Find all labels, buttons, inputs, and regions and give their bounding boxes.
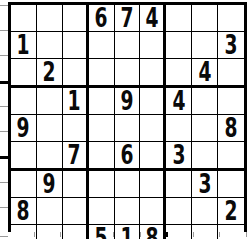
cell-r3c3[interactable] bbox=[63, 59, 89, 88]
cell-r2c2[interactable] bbox=[37, 32, 63, 59]
cell-r5c6[interactable] bbox=[140, 115, 166, 142]
gridline-tick bbox=[0, 131, 8, 132]
gridline-tick bbox=[34, 232, 35, 237]
cell-r8c4[interactable] bbox=[89, 198, 115, 225]
given-digit: 1 bbox=[120, 225, 133, 239]
given-digit: 9 bbox=[43, 171, 56, 197]
cell-r1c3[interactable] bbox=[63, 5, 89, 32]
cell-r8c1: 8 bbox=[11, 198, 37, 225]
cell-r1c8[interactable] bbox=[192, 5, 218, 32]
cell-r9c1[interactable] bbox=[11, 225, 37, 239]
cell-r7c3[interactable] bbox=[63, 171, 89, 198]
gridline-tick bbox=[113, 232, 114, 237]
cell-r2c8[interactable] bbox=[192, 32, 218, 59]
gridline-tick bbox=[0, 106, 8, 107]
cell-r6c9[interactable] bbox=[218, 142, 244, 171]
cell-r4c4[interactable] bbox=[89, 88, 115, 115]
cell-r4c8[interactable] bbox=[192, 88, 218, 115]
cell-r8c3[interactable] bbox=[63, 198, 89, 225]
given-digit: 8 bbox=[145, 225, 158, 239]
cell-r4c5: 9 bbox=[115, 88, 141, 115]
given-digit: 7 bbox=[68, 142, 81, 168]
given-digit: 5 bbox=[95, 225, 108, 239]
cell-r3c8: 4 bbox=[192, 59, 218, 88]
cell-r7c9[interactable] bbox=[218, 171, 244, 198]
cell-r7c2: 9 bbox=[37, 171, 63, 198]
cell-r9c8[interactable] bbox=[192, 225, 218, 239]
cell-r4c7: 4 bbox=[166, 88, 192, 115]
given-digit: 6 bbox=[120, 142, 133, 168]
sudoku-screenshot: 6741324194987639382518 bbox=[0, 0, 249, 239]
cell-r8c7[interactable] bbox=[166, 198, 192, 225]
gridline-tick bbox=[0, 207, 8, 208]
given-digit: 4 bbox=[198, 59, 211, 85]
cell-r9c4: 5 bbox=[89, 225, 115, 239]
cell-r1c7[interactable] bbox=[166, 5, 192, 32]
given-digit: 9 bbox=[17, 115, 30, 141]
cell-r4c6[interactable] bbox=[140, 88, 166, 115]
gridline-tick bbox=[0, 182, 8, 183]
cell-r6c7: 3 bbox=[166, 142, 192, 171]
cell-r4c3: 1 bbox=[63, 88, 89, 115]
cell-r2c7[interactable] bbox=[166, 32, 192, 59]
cell-r1c6: 4 bbox=[140, 5, 166, 32]
cell-r6c5: 6 bbox=[115, 142, 141, 171]
cell-r3c5[interactable] bbox=[115, 59, 141, 88]
cell-r5c9: 8 bbox=[218, 115, 244, 142]
cell-r5c2[interactable] bbox=[37, 115, 63, 142]
cell-r7c6[interactable] bbox=[140, 171, 166, 198]
given-digit: 3 bbox=[198, 171, 211, 197]
given-digit: 1 bbox=[68, 88, 81, 114]
gridline-tick bbox=[166, 232, 168, 237]
cell-r3c1[interactable] bbox=[11, 59, 37, 88]
gridline-tick bbox=[60, 232, 61, 237]
given-digit: 4 bbox=[145, 5, 158, 31]
cell-r4c1[interactable] bbox=[11, 88, 37, 115]
gridline-tick bbox=[0, 156, 8, 159]
gridline-tick bbox=[0, 236, 8, 237]
given-digit: 2 bbox=[225, 198, 238, 224]
cell-r1c5: 7 bbox=[115, 5, 141, 32]
cell-r1c4: 6 bbox=[89, 5, 115, 32]
cell-r2c3[interactable] bbox=[63, 32, 89, 59]
given-digit: 8 bbox=[17, 198, 30, 224]
cell-r2c6[interactable] bbox=[140, 32, 166, 59]
gridline-tick bbox=[219, 232, 220, 237]
cell-r9c2[interactable] bbox=[37, 225, 63, 239]
cell-r5c5[interactable] bbox=[115, 115, 141, 142]
cell-r2c9: 3 bbox=[218, 32, 244, 59]
cell-r7c8: 3 bbox=[192, 171, 218, 198]
cell-r9c9[interactable] bbox=[218, 225, 244, 239]
cell-r3c4[interactable] bbox=[89, 59, 115, 88]
given-digit: 9 bbox=[120, 88, 133, 114]
cell-r6c2[interactable] bbox=[37, 142, 63, 171]
gridline-tick bbox=[0, 81, 8, 84]
cell-r7c5[interactable] bbox=[115, 171, 141, 198]
cell-r9c5: 1 bbox=[115, 225, 141, 239]
cell-r5c1: 9 bbox=[11, 115, 37, 142]
cell-r8c8[interactable] bbox=[192, 198, 218, 225]
given-digit: 8 bbox=[225, 115, 238, 141]
cell-r6c8[interactable] bbox=[192, 142, 218, 171]
cell-r7c7[interactable] bbox=[166, 171, 192, 198]
cell-r8c2[interactable] bbox=[37, 198, 63, 225]
cell-r3c7[interactable] bbox=[166, 59, 192, 88]
cell-r5c3[interactable] bbox=[63, 115, 89, 142]
gridline-tick bbox=[0, 30, 8, 31]
cell-r2c4[interactable] bbox=[89, 32, 115, 59]
given-digit: 6 bbox=[95, 5, 108, 31]
cell-r4c2[interactable] bbox=[37, 88, 63, 115]
given-digit: 4 bbox=[172, 88, 185, 114]
given-digit: 2 bbox=[43, 59, 56, 85]
cell-r1c9[interactable] bbox=[218, 5, 244, 32]
cell-r6c3: 7 bbox=[63, 142, 89, 171]
cell-r6c6[interactable] bbox=[140, 142, 166, 171]
cell-r6c1[interactable] bbox=[11, 142, 37, 171]
cell-r2c5[interactable] bbox=[115, 32, 141, 59]
cell-r1c2[interactable] bbox=[37, 5, 63, 32]
cell-r1c1[interactable] bbox=[11, 5, 37, 32]
cell-r3c9[interactable] bbox=[218, 59, 244, 88]
given-digit: 1 bbox=[17, 32, 30, 58]
gridline-tick bbox=[140, 232, 141, 237]
cell-r5c7[interactable] bbox=[166, 115, 192, 142]
gridline-tick bbox=[246, 232, 247, 237]
given-digit: 7 bbox=[120, 5, 133, 31]
cell-r5c8[interactable] bbox=[192, 115, 218, 142]
gridline-tick bbox=[193, 232, 194, 237]
given-digit: 3 bbox=[225, 32, 238, 58]
cell-r7c1[interactable] bbox=[11, 171, 37, 198]
cell-r6c4[interactable] bbox=[89, 142, 115, 171]
cell-r3c6[interactable] bbox=[140, 59, 166, 88]
cell-r9c6: 8 bbox=[140, 225, 166, 239]
sudoku-board: 6741324194987639382518 bbox=[8, 2, 247, 232]
cell-r9c3[interactable] bbox=[63, 225, 89, 239]
gridline-tick bbox=[87, 232, 89, 237]
cell-r5c4[interactable] bbox=[89, 115, 115, 142]
cell-r8c9: 2 bbox=[218, 198, 244, 225]
cell-r8c5[interactable] bbox=[115, 198, 141, 225]
cell-r9c7[interactable] bbox=[166, 225, 192, 239]
cell-r2c1: 1 bbox=[11, 32, 37, 59]
cell-r4c9[interactable] bbox=[218, 88, 244, 115]
gridline-tick bbox=[0, 5, 8, 6]
gridline-tick bbox=[0, 55, 8, 56]
cell-r8c6[interactable] bbox=[140, 198, 166, 225]
cell-r7c4[interactable] bbox=[89, 171, 115, 198]
given-digit: 3 bbox=[172, 142, 185, 168]
cell-r3c2: 2 bbox=[37, 59, 63, 88]
